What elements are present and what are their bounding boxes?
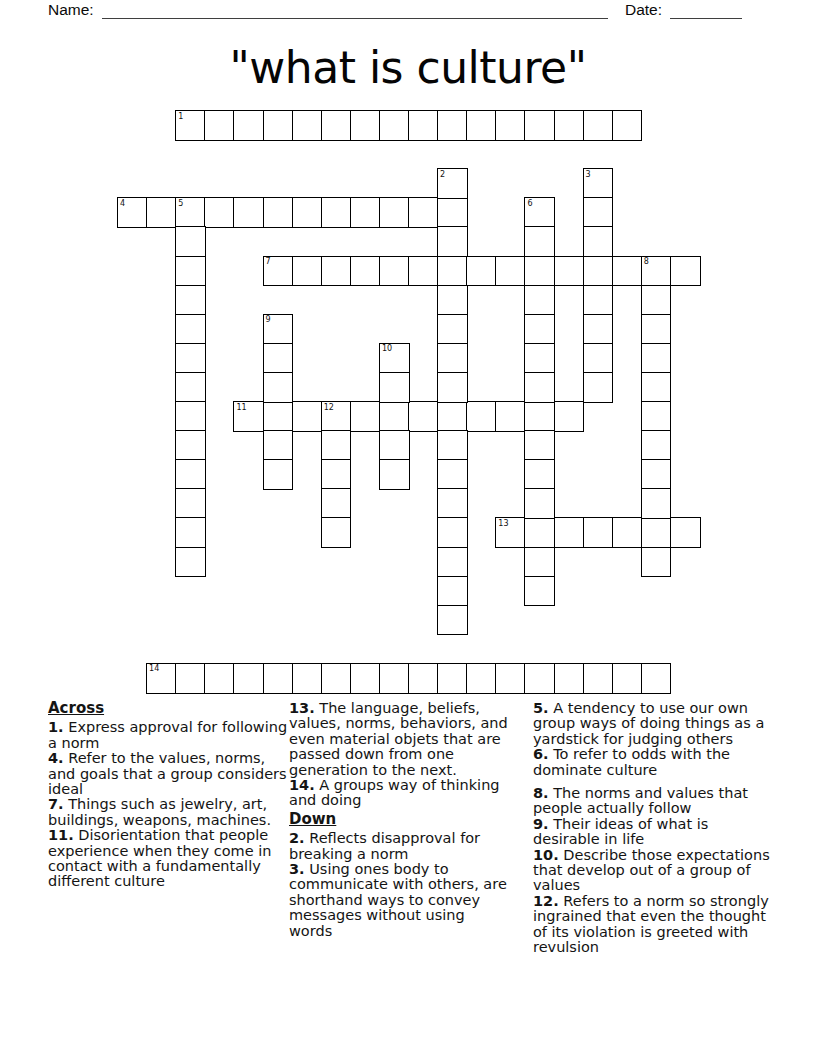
crossword-grid: 1457811121314236910 (117, 110, 701, 694)
crossword-cell[interactable] (524, 285, 555, 316)
crossword-cell[interactable] (379, 197, 410, 228)
crossword-cell[interactable] (292, 401, 323, 432)
crossword-cell[interactable]: 12 (321, 401, 352, 432)
crossword-cell[interactable]: 2 (437, 168, 468, 199)
clue-6-down: 6. To refer to odds with the dominate cu… (533, 747, 777, 778)
crossword-cell[interactable] (204, 110, 235, 141)
crossword-cell[interactable] (175, 430, 206, 461)
crossword-cell[interactable] (524, 110, 555, 141)
crossword-cell[interactable] (495, 256, 526, 287)
crossword-cell[interactable] (641, 488, 672, 519)
crossword-cell[interactable] (321, 256, 352, 287)
crossword-cell[interactable] (670, 517, 701, 548)
crossword-cell[interactable] (524, 314, 555, 345)
crossword-cell[interactable] (292, 197, 323, 228)
crossword-cell[interactable] (175, 285, 206, 316)
crossword-cell[interactable] (583, 372, 614, 403)
crossword-cell[interactable]: 11 (233, 401, 264, 432)
crossword-cell[interactable] (263, 372, 294, 403)
clue-9-down: 9. Their ideas of what is desirable in l… (533, 817, 777, 848)
crossword-cell[interactable] (379, 372, 410, 403)
crossword-cell[interactable] (350, 197, 381, 228)
crossword-cell[interactable] (437, 459, 468, 490)
crossword-cell[interactable] (350, 256, 381, 287)
crossword-cell[interactable] (495, 110, 526, 141)
crossword-cell[interactable] (437, 547, 468, 578)
crossword-cell[interactable] (379, 110, 410, 141)
crossword-cell[interactable] (583, 517, 614, 548)
crossword-cell[interactable] (292, 663, 323, 694)
crossword-cell[interactable] (641, 314, 672, 345)
crossword-cell[interactable] (263, 459, 294, 490)
clue-column-1: Across1. Express approval for following … (48, 701, 290, 890)
crossword-cell[interactable] (321, 459, 352, 490)
clue-column-2: 13. The language, beliefs, values, norms… (289, 701, 511, 939)
crossword-cell[interactable] (524, 226, 555, 257)
crossword-cell[interactable] (466, 256, 497, 287)
crossword-cell[interactable] (583, 110, 614, 141)
cell-number: 5 (178, 199, 183, 208)
cell-number: 12 (324, 403, 334, 412)
crossword-cell[interactable] (321, 517, 352, 548)
crossword-cell[interactable] (583, 226, 614, 257)
crossword-cell[interactable] (175, 517, 206, 548)
cell-number: 14 (149, 664, 159, 673)
clue-2-down: 2. Reflects disapproval for breaking a n… (289, 831, 511, 862)
crossword-cell[interactable] (524, 576, 555, 607)
clue-1-across: 1. Express approval for following a norm (48, 720, 290, 751)
crossword-cell[interactable] (175, 401, 206, 432)
crossword-cell[interactable] (379, 430, 410, 461)
crossword-cell[interactable] (554, 110, 585, 141)
crossword-cell[interactable] (437, 197, 468, 228)
crossword-cell[interactable]: 6 (524, 197, 555, 228)
crossword-cell[interactable] (408, 663, 439, 694)
cell-number: 2 (440, 170, 445, 179)
puzzle-title: "what is culture" (0, 46, 816, 90)
cell-number: 4 (120, 199, 125, 208)
crossword-cell[interactable] (641, 517, 672, 548)
crossword-cell[interactable] (524, 256, 555, 287)
crossword-cell[interactable] (583, 256, 614, 287)
crossword-cell[interactable] (321, 488, 352, 519)
crossword-cell[interactable] (350, 110, 381, 141)
crossword-cell[interactable] (204, 197, 235, 228)
crossword-cell[interactable] (437, 401, 468, 432)
crossword-cell[interactable] (612, 256, 643, 287)
cell-number: 11 (236, 403, 246, 412)
crossword-cell[interactable] (437, 343, 468, 374)
crossword-cell[interactable] (437, 285, 468, 316)
clue-header-across: Across (48, 701, 290, 716)
crossword-cell[interactable] (175, 459, 206, 490)
crossword-cell[interactable] (263, 663, 294, 694)
cell-number: 9 (266, 315, 271, 324)
crossword-cell[interactable] (263, 430, 294, 461)
crossword-cell[interactable] (408, 401, 439, 432)
crossword-cell[interactable] (175, 256, 206, 287)
crossword-cell[interactable] (524, 517, 555, 548)
crossword-cell[interactable]: 8 (641, 256, 672, 287)
crossword-cell[interactable] (641, 285, 672, 316)
crossword-cell[interactable] (175, 547, 206, 578)
clue-8-down: 8. The norms and values that people actu… (533, 786, 777, 817)
crossword-cell[interactable] (263, 110, 294, 141)
crossword-cell[interactable] (321, 663, 352, 694)
crossword-cell[interactable] (524, 343, 555, 374)
crossword-cell[interactable] (437, 663, 468, 694)
clue-10-down: 10. Describe those expectations that dev… (533, 848, 777, 894)
crossword-cell[interactable] (437, 576, 468, 607)
crossword-cell[interactable] (437, 110, 468, 141)
clue-3-down: 3. Using ones body to communicate with o… (289, 862, 511, 939)
crossword-cell[interactable] (263, 197, 294, 228)
crossword-cell[interactable] (495, 663, 526, 694)
crossword-cell[interactable]: 14 (146, 663, 177, 694)
crossword-cell[interactable] (466, 663, 497, 694)
cell-number: 1 (178, 112, 183, 121)
crossword-cell[interactable] (263, 343, 294, 374)
crossword-cell[interactable] (175, 314, 206, 345)
clue-column-3: 5. A tendency to use our own group ways … (533, 701, 777, 956)
cell-number: 10 (382, 344, 392, 353)
crossword-cell[interactable] (524, 459, 555, 490)
crossword-cell[interactable] (379, 256, 410, 287)
crossword-cell[interactable] (292, 110, 323, 141)
date-line[interactable] (670, 18, 742, 19)
crossword-cell[interactable] (524, 401, 555, 432)
crossword-cell[interactable] (292, 256, 323, 287)
crossword-cell[interactable] (175, 372, 206, 403)
crossword-cell[interactable] (321, 430, 352, 461)
clue-12-down: 12. Refers to a norm so strongly ingrain… (533, 894, 777, 956)
crossword-cell[interactable] (437, 314, 468, 345)
crossword-cell[interactable] (670, 256, 701, 287)
crossword-cell[interactable] (641, 430, 672, 461)
clue-header-down: Down (289, 812, 511, 827)
crossword-cell[interactable]: 7 (263, 256, 294, 287)
crossword-cell[interactable] (554, 401, 585, 432)
crossword-cell[interactable] (175, 663, 206, 694)
crossword-cell[interactable] (350, 663, 381, 694)
crossword-cell[interactable] (175, 343, 206, 374)
crossword-cell[interactable] (583, 343, 614, 374)
cell-number: 8 (644, 257, 649, 266)
crossword-cell[interactable] (554, 517, 585, 548)
crossword-cell[interactable] (175, 226, 206, 257)
crossword-cell[interactable] (408, 256, 439, 287)
crossword-cell[interactable] (641, 459, 672, 490)
crossword-cell[interactable] (437, 256, 468, 287)
cell-number: 13 (498, 519, 508, 528)
crossword-cell[interactable] (408, 110, 439, 141)
crossword-cell[interactable] (437, 430, 468, 461)
crossword-cell[interactable]: 13 (495, 517, 526, 548)
crossword-cell[interactable] (466, 110, 497, 141)
clue-5-down: 5. A tendency to use our own group ways … (533, 701, 777, 747)
crossword-cell[interactable] (379, 459, 410, 490)
crossword-cell[interactable]: 1 (175, 110, 206, 141)
crossword-cell[interactable]: 9 (263, 314, 294, 345)
name-line[interactable] (102, 18, 608, 19)
crossword-cell[interactable] (233, 663, 264, 694)
crossword-cell[interactable] (437, 605, 468, 636)
crossword-cell[interactable] (583, 314, 614, 345)
crossword-cell[interactable] (146, 197, 177, 228)
crossword-cell[interactable] (641, 372, 672, 403)
crossword-cell[interactable] (612, 517, 643, 548)
cell-number: 6 (527, 199, 532, 208)
crossword-cell[interactable] (641, 401, 672, 432)
name-label: Name: (48, 1, 94, 19)
crossword-cell[interactable] (466, 401, 497, 432)
crossword-cell[interactable] (408, 197, 439, 228)
crossword-cell[interactable] (233, 197, 264, 228)
crossword-cell[interactable] (583, 663, 614, 694)
crossword-cell[interactable] (379, 401, 410, 432)
crossword-cell[interactable] (641, 663, 672, 694)
crossword-cell[interactable] (437, 372, 468, 403)
crossword-cell[interactable] (437, 488, 468, 519)
crossword-cell[interactable] (524, 547, 555, 578)
crossword-cell[interactable] (641, 547, 672, 578)
crossword-cell[interactable] (350, 401, 381, 432)
crossword-cell[interactable] (612, 663, 643, 694)
crossword-cell[interactable]: 3 (583, 168, 614, 199)
crossword-cell[interactable] (321, 197, 352, 228)
crossword-cell[interactable] (612, 110, 643, 141)
crossword-cell[interactable] (175, 488, 206, 519)
crossword-cell[interactable] (583, 197, 614, 228)
crossword-cell[interactable] (524, 372, 555, 403)
crossword-cell[interactable] (554, 256, 585, 287)
crossword-cell[interactable] (321, 110, 352, 141)
crossword-cell[interactable] (524, 663, 555, 694)
crossword-cell[interactable] (437, 226, 468, 257)
cell-number: 7 (266, 257, 271, 266)
cell-number: 3 (586, 170, 591, 179)
clue-11-across: 11. Disorientation that people experienc… (48, 828, 290, 890)
crossword-cell[interactable] (495, 401, 526, 432)
worksheet-page: Name: Date: "what is culture" 1457811121… (0, 0, 816, 1056)
date-label: Date: (625, 1, 662, 19)
crossword-cell[interactable] (263, 401, 294, 432)
crossword-cell[interactable] (379, 663, 410, 694)
crossword-cell[interactable]: 10 (379, 343, 410, 374)
crossword-cell[interactable] (233, 110, 264, 141)
clue-14-across: 14. A groups way of thinking and doing (289, 778, 511, 809)
crossword-cell[interactable] (583, 285, 614, 316)
crossword-cell[interactable] (641, 343, 672, 374)
clue-7-across: 7. Things such as jewelry, art, building… (48, 797, 290, 828)
clue-4-across: 4. Refer to the values, norms, and goals… (48, 751, 290, 797)
crossword-cell[interactable] (204, 663, 235, 694)
crossword-cell[interactable]: 5 (175, 197, 206, 228)
crossword-cell[interactable] (554, 663, 585, 694)
crossword-cell[interactable] (524, 430, 555, 461)
clue-13-across: 13. The language, beliefs, values, norms… (289, 701, 511, 778)
crossword-cell[interactable] (437, 517, 468, 548)
crossword-cell[interactable]: 4 (117, 197, 148, 228)
crossword-cell[interactable] (524, 488, 555, 519)
